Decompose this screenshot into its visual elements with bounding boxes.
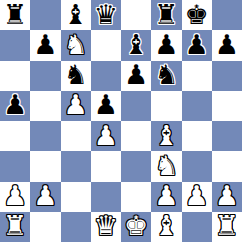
white-pawn-a2: ♟ (3, 182, 27, 209)
square-d4[interactable]: ♟ (91, 121, 121, 151)
square-e3[interactable] (121, 151, 151, 181)
square-g6[interactable] (182, 61, 212, 91)
square-b6[interactable] (30, 61, 60, 91)
white-king-e1: ♚ (124, 212, 148, 239)
black-pawn-b7: ♟ (33, 31, 57, 58)
square-a1[interactable]: ♜ (0, 212, 30, 242)
square-f2[interactable]: ♟ (151, 182, 181, 212)
square-b7[interactable]: ♟ (30, 30, 60, 60)
square-c5[interactable]: ♟ (61, 91, 91, 121)
square-f5[interactable] (151, 91, 181, 121)
square-g3[interactable] (182, 151, 212, 181)
black-pawn-g7: ♟ (185, 31, 209, 58)
square-h3[interactable] (212, 151, 242, 181)
square-h2[interactable]: ♟ (212, 182, 242, 212)
white-pawn-d4: ♟ (94, 122, 118, 149)
square-c8[interactable]: ♝ (61, 0, 91, 30)
square-c7[interactable]: ♞ (61, 30, 91, 60)
white-bishop-f4: ♝ (154, 122, 178, 149)
white-pawn-f2: ♟ (154, 182, 178, 209)
white-pawn-g2: ♟ (185, 182, 209, 209)
black-rook-a8: ♜ (3, 1, 27, 28)
square-f8[interactable]: ♜ (151, 0, 181, 30)
square-a7[interactable] (0, 30, 30, 60)
square-h5[interactable] (212, 91, 242, 121)
square-a5[interactable]: ♟ (0, 91, 30, 121)
square-d5[interactable]: ♟ (91, 91, 121, 121)
white-rook-h1: ♜ (215, 212, 239, 239)
square-c1[interactable] (61, 212, 91, 242)
black-pawn-h7: ♟ (215, 31, 239, 58)
square-b2[interactable]: ♟ (30, 182, 60, 212)
white-pawn-b2: ♟ (33, 182, 57, 209)
square-a8[interactable]: ♜ (0, 0, 30, 30)
black-knight-c6: ♞ (64, 61, 88, 88)
square-g7[interactable]: ♟ (182, 30, 212, 60)
square-b5[interactable] (30, 91, 60, 121)
square-a2[interactable]: ♟ (0, 182, 30, 212)
black-queen-d8: ♛ (94, 1, 118, 28)
square-h1[interactable]: ♜ (212, 212, 242, 242)
square-b8[interactable] (30, 0, 60, 30)
square-a3[interactable] (0, 151, 30, 181)
square-c3[interactable] (61, 151, 91, 181)
square-h7[interactable]: ♟ (212, 30, 242, 60)
square-f4[interactable]: ♝ (151, 121, 181, 151)
square-f3[interactable]: ♞ (151, 151, 181, 181)
square-b4[interactable] (30, 121, 60, 151)
white-bishop-f1: ♝ (154, 212, 178, 239)
black-pawn-d5: ♟ (94, 91, 118, 118)
square-h8[interactable] (212, 0, 242, 30)
square-d8[interactable]: ♛ (91, 0, 121, 30)
square-c6[interactable]: ♞ (61, 61, 91, 91)
square-f6[interactable]: ♞ (151, 61, 181, 91)
square-c4[interactable] (61, 121, 91, 151)
square-c2[interactable] (61, 182, 91, 212)
square-d3[interactable] (91, 151, 121, 181)
white-pawn-c5: ♟ (64, 91, 88, 118)
square-b1[interactable] (30, 212, 60, 242)
square-e4[interactable] (121, 121, 151, 151)
square-d6[interactable] (91, 61, 121, 91)
square-e8[interactable] (121, 0, 151, 30)
chess-board: ♜♝♛♜♚♟♞♝♟♟♟♞♟♞♟♟♟♟♝♞♟♟♟♟♟♜♛♚♝♜ (0, 0, 242, 242)
square-e7[interactable]: ♝ (121, 30, 151, 60)
square-g5[interactable] (182, 91, 212, 121)
square-g8[interactable]: ♚ (182, 0, 212, 30)
white-queen-d1: ♛ (94, 212, 118, 239)
square-g1[interactable] (182, 212, 212, 242)
black-knight-f6: ♞ (154, 61, 178, 88)
square-d2[interactable] (91, 182, 121, 212)
square-e6[interactable]: ♟ (121, 61, 151, 91)
white-knight-c7: ♞ (64, 31, 88, 58)
white-pawn-h2: ♟ (215, 182, 239, 209)
square-a6[interactable] (0, 61, 30, 91)
white-rook-a1: ♜ (3, 212, 27, 239)
black-rook-f8: ♜ (154, 1, 178, 28)
square-e5[interactable] (121, 91, 151, 121)
square-d7[interactable] (91, 30, 121, 60)
square-f7[interactable]: ♟ (151, 30, 181, 60)
square-g4[interactable] (182, 121, 212, 151)
square-e2[interactable] (121, 182, 151, 212)
square-e1[interactable]: ♚ (121, 212, 151, 242)
square-h4[interactable] (212, 121, 242, 151)
white-knight-f3: ♞ (154, 152, 178, 179)
black-king-g8: ♚ (185, 1, 209, 28)
square-g2[interactable]: ♟ (182, 182, 212, 212)
black-pawn-e6: ♟ (124, 61, 148, 88)
square-f1[interactable]: ♝ (151, 212, 181, 242)
black-pawn-a5: ♟ (3, 91, 27, 118)
black-pawn-f7: ♟ (154, 31, 178, 58)
square-d1[interactable]: ♛ (91, 212, 121, 242)
square-h6[interactable] (212, 61, 242, 91)
black-bishop-c8: ♝ (64, 1, 88, 28)
square-a4[interactable] (0, 121, 30, 151)
black-bishop-e7: ♝ (124, 31, 148, 58)
square-b3[interactable] (30, 151, 60, 181)
